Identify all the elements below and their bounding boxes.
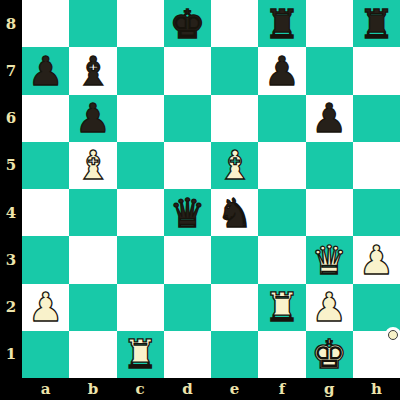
square-f4[interactable] — [258, 189, 305, 236]
square-h6[interactable] — [353, 95, 400, 142]
square-h3[interactable]: ♟ — [353, 236, 400, 283]
piece-white-bishop[interactable]: ♝ — [69, 142, 116, 189]
square-g4[interactable] — [306, 189, 353, 236]
chess-board: 8♚♜♜7♟♝♟6♟♟5♝♝4♛♞3♛♟2♟♜♟1♜♚abcdefgh — [0, 0, 400, 400]
piece-white-rook[interactable]: ♜ — [258, 284, 305, 331]
piece-black-pawn[interactable]: ♟ — [306, 95, 353, 142]
piece-black-pawn[interactable]: ♟ — [258, 47, 305, 94]
square-f1[interactable] — [258, 331, 305, 378]
square-h5[interactable] — [353, 142, 400, 189]
file-label-a: a — [22, 378, 69, 400]
file-label-f: f — [258, 378, 305, 400]
file-label-h: h — [353, 378, 400, 400]
file-label-b: b — [69, 378, 116, 400]
file-label-d: d — [164, 378, 211, 400]
square-g7[interactable] — [306, 47, 353, 94]
square-g6[interactable]: ♟ — [306, 95, 353, 142]
piece-black-rook[interactable]: ♜ — [258, 0, 305, 47]
square-e7[interactable] — [211, 47, 258, 94]
square-d7[interactable] — [164, 47, 211, 94]
square-c5[interactable] — [117, 142, 164, 189]
piece-white-pawn[interactable]: ♟ — [22, 284, 69, 331]
square-e5[interactable]: ♝ — [211, 142, 258, 189]
square-f5[interactable] — [258, 142, 305, 189]
square-e8[interactable] — [211, 0, 258, 47]
square-e3[interactable] — [211, 236, 258, 283]
square-d5[interactable] — [164, 142, 211, 189]
square-h2[interactable] — [353, 284, 400, 331]
square-a2[interactable]: ♟ — [22, 284, 69, 331]
square-b5[interactable]: ♝ — [69, 142, 116, 189]
piece-black-rook[interactable]: ♜ — [353, 0, 400, 47]
file-label-g: g — [306, 378, 353, 400]
piece-black-pawn[interactable]: ♟ — [22, 47, 69, 94]
rank-label-6: 6 — [0, 95, 22, 142]
piece-white-rook[interactable]: ♜ — [117, 331, 164, 378]
white-to-move-indicator-icon — [388, 330, 398, 340]
rank-label-1: 1 — [0, 331, 22, 378]
board-corner — [0, 378, 22, 400]
rank-label-5: 5 — [0, 142, 22, 189]
square-a5[interactable] — [22, 142, 69, 189]
square-a4[interactable] — [22, 189, 69, 236]
square-b7[interactable]: ♝ — [69, 47, 116, 94]
square-g8[interactable] — [306, 0, 353, 47]
square-c3[interactable] — [117, 236, 164, 283]
piece-white-queen[interactable]: ♛ — [306, 236, 353, 283]
piece-black-king[interactable]: ♚ — [164, 0, 211, 47]
piece-white-pawn[interactable]: ♟ — [353, 236, 400, 283]
square-a3[interactable] — [22, 236, 69, 283]
square-e1[interactable] — [211, 331, 258, 378]
rank-label-2: 2 — [0, 284, 22, 331]
square-c4[interactable] — [117, 189, 164, 236]
square-c8[interactable] — [117, 0, 164, 47]
square-f2[interactable]: ♜ — [258, 284, 305, 331]
piece-white-king[interactable]: ♚ — [306, 331, 353, 378]
square-d4[interactable]: ♛ — [164, 189, 211, 236]
square-c2[interactable] — [117, 284, 164, 331]
square-a6[interactable] — [22, 95, 69, 142]
piece-black-bishop[interactable]: ♝ — [69, 47, 116, 94]
square-b8[interactable] — [69, 0, 116, 47]
square-e4[interactable]: ♞ — [211, 189, 258, 236]
square-d1[interactable] — [164, 331, 211, 378]
square-h4[interactable] — [353, 189, 400, 236]
piece-black-pawn[interactable]: ♟ — [69, 95, 116, 142]
square-b1[interactable] — [69, 331, 116, 378]
square-d2[interactable] — [164, 284, 211, 331]
square-a7[interactable]: ♟ — [22, 47, 69, 94]
square-d8[interactable]: ♚ — [164, 0, 211, 47]
square-h8[interactable]: ♜ — [353, 0, 400, 47]
square-d6[interactable] — [164, 95, 211, 142]
rank-label-8: 8 — [0, 0, 22, 47]
piece-white-pawn[interactable]: ♟ — [306, 284, 353, 331]
piece-white-bishop[interactable]: ♝ — [211, 142, 258, 189]
square-c6[interactable] — [117, 95, 164, 142]
rank-label-3: 3 — [0, 236, 22, 283]
square-b4[interactable] — [69, 189, 116, 236]
square-e2[interactable] — [211, 284, 258, 331]
file-label-c: c — [117, 378, 164, 400]
file-label-e: e — [211, 378, 258, 400]
square-f7[interactable]: ♟ — [258, 47, 305, 94]
square-g3[interactable]: ♛ — [306, 236, 353, 283]
square-a1[interactable] — [22, 331, 69, 378]
rank-label-7: 7 — [0, 47, 22, 94]
square-f8[interactable]: ♜ — [258, 0, 305, 47]
square-d3[interactable] — [164, 236, 211, 283]
square-h7[interactable] — [353, 47, 400, 94]
chess-puzzle-diagram: 8♚♜♜7♟♝♟6♟♟5♝♝4♛♞3♛♟2♟♜♟1♜♚abcdefgh — [0, 0, 400, 400]
square-c7[interactable] — [117, 47, 164, 94]
square-b2[interactable] — [69, 284, 116, 331]
square-e6[interactable] — [211, 95, 258, 142]
square-c1[interactable]: ♜ — [117, 331, 164, 378]
rank-label-4: 4 — [0, 189, 22, 236]
square-a8[interactable] — [22, 0, 69, 47]
square-b3[interactable] — [69, 236, 116, 283]
square-f6[interactable] — [258, 95, 305, 142]
square-g2[interactable]: ♟ — [306, 284, 353, 331]
piece-black-queen[interactable]: ♛ — [164, 189, 211, 236]
square-b6[interactable]: ♟ — [69, 95, 116, 142]
square-g5[interactable] — [306, 142, 353, 189]
square-g1[interactable]: ♚ — [306, 331, 353, 378]
square-f3[interactable] — [258, 236, 305, 283]
piece-black-knight[interactable]: ♞ — [211, 189, 258, 236]
